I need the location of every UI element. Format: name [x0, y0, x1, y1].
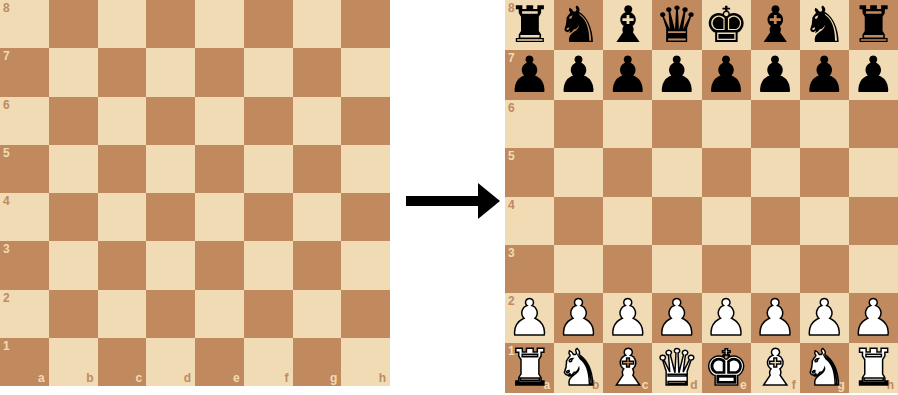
- white-rook: ♜: [507, 343, 552, 393]
- square-a1: 1a: [0, 338, 49, 386]
- square-a6: 6: [0, 97, 49, 145]
- square-g5: [800, 148, 849, 196]
- rank-label-7: 7: [3, 50, 10, 62]
- square-a4: 4: [505, 197, 554, 245]
- white-king: ♚: [704, 343, 749, 393]
- square-e2: ♟: [702, 293, 751, 343]
- rank-label-4: 4: [508, 199, 515, 211]
- square-e1: e♚: [702, 343, 751, 393]
- square-c3: [603, 245, 652, 293]
- square-d2: [146, 290, 195, 338]
- white-bishop: ♝: [605, 343, 650, 393]
- white-pawn: ♟: [507, 293, 552, 343]
- square-f2: [244, 290, 293, 338]
- square-h2: ♟: [849, 293, 898, 343]
- square-g3: [800, 245, 849, 293]
- square-f5: [244, 145, 293, 193]
- rank-label-2: 2: [3, 292, 10, 304]
- square-d4: [652, 197, 701, 245]
- square-g2: [293, 290, 342, 338]
- square-c1: c: [98, 338, 147, 386]
- square-d4: [146, 193, 195, 241]
- square-f8: [244, 0, 293, 48]
- square-b2: ♟: [554, 293, 603, 343]
- square-h6: [849, 100, 898, 148]
- square-g6: [293, 97, 342, 145]
- arrow-right-icon: [406, 182, 500, 219]
- square-f4: [751, 197, 800, 245]
- square-a5: 5: [505, 148, 554, 196]
- board-empty: 87654321abcdefgh: [0, 0, 390, 386]
- square-a3: 3: [0, 241, 49, 289]
- square-g8: ♞: [800, 0, 849, 50]
- square-g3: [293, 241, 342, 289]
- square-b8: ♞: [554, 0, 603, 50]
- white-pawn: ♟: [753, 293, 798, 343]
- square-e7: [195, 48, 244, 96]
- black-king: ♚: [704, 0, 749, 50]
- square-a1: 1a♜: [505, 343, 554, 393]
- square-e5: [702, 148, 751, 196]
- square-b7: ♟: [554, 50, 603, 100]
- square-d1: d♛: [652, 343, 701, 393]
- square-c8: [98, 0, 147, 48]
- square-c2: [98, 290, 147, 338]
- square-c6: [603, 100, 652, 148]
- square-e8: [195, 0, 244, 48]
- square-c7: [98, 48, 147, 96]
- square-a8: 8♜: [505, 0, 554, 50]
- square-g1: g: [293, 338, 342, 386]
- square-d5: [146, 145, 195, 193]
- square-e4: [702, 197, 751, 245]
- square-e2: [195, 290, 244, 338]
- square-c6: [98, 97, 147, 145]
- square-d7: [146, 48, 195, 96]
- black-pawn: ♟: [851, 50, 896, 100]
- square-e5: [195, 145, 244, 193]
- black-pawn: ♟: [605, 50, 650, 100]
- square-b5: [49, 145, 98, 193]
- square-h4: [849, 197, 898, 245]
- square-d8: ♛: [652, 0, 701, 50]
- black-pawn: ♟: [802, 50, 847, 100]
- square-f4: [244, 193, 293, 241]
- square-a2: 2♟: [505, 293, 554, 343]
- square-b3: [49, 241, 98, 289]
- square-e3: [702, 245, 751, 293]
- square-h2: [341, 290, 390, 338]
- black-knight: ♞: [802, 0, 847, 50]
- square-f7: ♟: [751, 50, 800, 100]
- file-label-e: e: [233, 372, 240, 384]
- black-bishop: ♝: [753, 0, 798, 50]
- square-e7: ♟: [702, 50, 751, 100]
- white-knight: ♞: [802, 343, 847, 393]
- square-g1: g♞: [800, 343, 849, 393]
- square-d7: ♟: [652, 50, 701, 100]
- board-start-position: 8♜♞♝♛♚♝♞♜7♟♟♟♟♟♟♟♟65432♟♟♟♟♟♟♟♟1a♜b♞c♝d♛…: [505, 0, 898, 393]
- square-b7: [49, 48, 98, 96]
- square-f2: ♟: [751, 293, 800, 343]
- square-c8: ♝: [603, 0, 652, 50]
- black-pawn: ♟: [753, 50, 798, 100]
- square-d8: [146, 0, 195, 48]
- square-f1: f: [244, 338, 293, 386]
- square-h1: h♜: [849, 343, 898, 393]
- square-c5: [603, 148, 652, 196]
- file-label-c: c: [136, 372, 143, 384]
- square-b3: [554, 245, 603, 293]
- square-g7: ♟: [800, 50, 849, 100]
- black-bishop: ♝: [605, 0, 650, 50]
- square-c1: c♝: [603, 343, 652, 393]
- square-a8: 8: [0, 0, 49, 48]
- chess-diagram: 87654321abcdefgh 8♜♞♝♛♚♝♞♜7♟♟♟♟♟♟♟♟65432…: [0, 0, 898, 395]
- square-f3: [244, 241, 293, 289]
- rank-label-6: 6: [3, 99, 10, 111]
- square-g4: [800, 197, 849, 245]
- square-e6: [195, 97, 244, 145]
- square-f3: [751, 245, 800, 293]
- white-knight: ♞: [556, 343, 601, 393]
- square-c7: ♟: [603, 50, 652, 100]
- file-label-g: g: [330, 372, 337, 384]
- black-rook: ♜: [507, 0, 552, 50]
- black-pawn: ♟: [704, 50, 749, 100]
- file-label-d: d: [184, 372, 191, 384]
- square-c4: [98, 193, 147, 241]
- square-c4: [603, 197, 652, 245]
- square-f6: [751, 100, 800, 148]
- square-g6: [800, 100, 849, 148]
- square-a2: 2: [0, 290, 49, 338]
- rank-label-3: 3: [508, 247, 515, 259]
- square-h3: [849, 245, 898, 293]
- rank-label-1: 1: [3, 340, 10, 352]
- white-bishop: ♝: [753, 343, 798, 393]
- file-label-h: h: [379, 372, 386, 384]
- square-f7: [244, 48, 293, 96]
- square-g4: [293, 193, 342, 241]
- rank-label-5: 5: [508, 150, 515, 162]
- square-h7: [341, 48, 390, 96]
- white-rook: ♜: [851, 343, 896, 393]
- black-knight: ♞: [556, 0, 601, 50]
- white-pawn: ♟: [605, 293, 650, 343]
- square-f6: [244, 97, 293, 145]
- square-h5: [849, 148, 898, 196]
- square-h8: ♜: [849, 0, 898, 50]
- square-b6: [49, 97, 98, 145]
- square-h6: [341, 97, 390, 145]
- square-d6: [652, 100, 701, 148]
- white-pawn: ♟: [802, 293, 847, 343]
- square-h1: h: [341, 338, 390, 386]
- white-pawn: ♟: [851, 293, 896, 343]
- rank-label-8: 8: [3, 2, 10, 14]
- square-c3: [98, 241, 147, 289]
- black-queen: ♛: [655, 0, 700, 50]
- square-e1: e: [195, 338, 244, 386]
- rank-label-5: 5: [3, 147, 10, 159]
- black-pawn: ♟: [556, 50, 601, 100]
- white-pawn: ♟: [655, 293, 700, 343]
- square-h5: [341, 145, 390, 193]
- square-g2: ♟: [800, 293, 849, 343]
- rank-label-4: 4: [3, 195, 10, 207]
- square-d1: d: [146, 338, 195, 386]
- square-d5: [652, 148, 701, 196]
- square-e4: [195, 193, 244, 241]
- square-f8: ♝: [751, 0, 800, 50]
- square-b4: [554, 197, 603, 245]
- square-g8: [293, 0, 342, 48]
- black-rook: ♜: [851, 0, 896, 50]
- square-d2: ♟: [652, 293, 701, 343]
- square-e6: [702, 100, 751, 148]
- square-e8: ♚: [702, 0, 751, 50]
- square-a5: 5: [0, 145, 49, 193]
- square-f5: [751, 148, 800, 196]
- file-label-a: a: [38, 372, 45, 384]
- square-e3: [195, 241, 244, 289]
- square-a3: 3: [505, 245, 554, 293]
- square-b8: [49, 0, 98, 48]
- square-h4: [341, 193, 390, 241]
- file-label-f: f: [285, 372, 289, 384]
- white-pawn: ♟: [704, 293, 749, 343]
- rank-label-3: 3: [3, 243, 10, 255]
- square-g5: [293, 145, 342, 193]
- square-h8: [341, 0, 390, 48]
- square-b1: b: [49, 338, 98, 386]
- file-label-b: b: [86, 372, 93, 384]
- square-d3: [146, 241, 195, 289]
- square-h3: [341, 241, 390, 289]
- square-d6: [146, 97, 195, 145]
- square-a4: 4: [0, 193, 49, 241]
- square-g7: [293, 48, 342, 96]
- black-pawn: ♟: [655, 50, 700, 100]
- square-b2: [49, 290, 98, 338]
- arrow-head: [478, 183, 500, 219]
- black-pawn: ♟: [507, 50, 552, 100]
- white-pawn: ♟: [556, 293, 601, 343]
- square-c2: ♟: [603, 293, 652, 343]
- square-f1: f♝: [751, 343, 800, 393]
- square-b1: b♞: [554, 343, 603, 393]
- square-b5: [554, 148, 603, 196]
- square-d3: [652, 245, 701, 293]
- square-c5: [98, 145, 147, 193]
- square-a6: 6: [505, 100, 554, 148]
- arrow-shaft: [406, 196, 478, 206]
- square-b4: [49, 193, 98, 241]
- square-b6: [554, 100, 603, 148]
- square-h7: ♟: [849, 50, 898, 100]
- square-a7: 7♟: [505, 50, 554, 100]
- square-a7: 7: [0, 48, 49, 96]
- white-queen: ♛: [655, 343, 700, 393]
